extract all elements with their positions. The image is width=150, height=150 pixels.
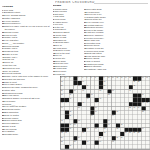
cell-number: 53 bbox=[133, 106, 135, 108]
cell-number: 50 bbox=[78, 106, 80, 108]
cell-number: 16 bbox=[142, 77, 144, 79]
clue-column-down-1: DOWN 1 Roman robes2 Skin opening3 Not ho… bbox=[53, 4, 82, 75]
cell-number: 78 bbox=[104, 132, 106, 134]
cell-number: 8 bbox=[95, 77, 96, 79]
cell-number: 71 bbox=[95, 128, 97, 130]
cell-number: 41 bbox=[87, 98, 89, 100]
cell-number: 86 bbox=[116, 136, 118, 138]
cell-number: 83 bbox=[61, 136, 63, 138]
cell-number: 67 bbox=[108, 123, 110, 125]
cell-number: 13 bbox=[121, 77, 123, 79]
cell-number: 18 bbox=[61, 81, 63, 83]
cell-number: 93 bbox=[70, 145, 72, 147]
cell-number: 60 bbox=[91, 115, 93, 117]
cell-number: 31 bbox=[82, 89, 84, 91]
down-heading: DOWN bbox=[53, 4, 82, 7]
cell-number: 82 bbox=[138, 132, 140, 134]
cell-number: 87 bbox=[121, 136, 123, 138]
cell-number: 90 bbox=[87, 140, 89, 142]
cell-number: 61 bbox=[112, 115, 114, 117]
cell-number: 3 bbox=[70, 77, 71, 79]
cell-number: 54 bbox=[138, 106, 140, 108]
cell-number: 11 bbox=[112, 77, 114, 79]
cell-number: 46 bbox=[95, 102, 97, 104]
cell-number: 48 bbox=[146, 102, 148, 104]
cell-number: 68 bbox=[121, 123, 123, 125]
cell-number: 9 bbox=[104, 77, 105, 79]
cell-number: 14 bbox=[125, 77, 127, 79]
clue: 99 Coastal raptor bbox=[2, 133, 51, 136]
cell-number: 76 bbox=[65, 132, 67, 134]
cell-number: 72 bbox=[104, 128, 106, 130]
cell-number: 38 bbox=[108, 94, 110, 96]
cell-number: 75 bbox=[61, 132, 63, 134]
grid-cell[interactable] bbox=[146, 145, 150, 149]
cell-number: 17 bbox=[146, 77, 148, 79]
cell-number: 77 bbox=[82, 132, 84, 134]
crossword-grid[interactable]: 1234567891011121314151617181920212223242… bbox=[60, 76, 150, 150]
crossword-grid-inner: 1234567891011121314151617181920212223242… bbox=[60, 76, 150, 149]
cell-number: 30 bbox=[74, 89, 76, 91]
cell-number: 36 bbox=[70, 94, 72, 96]
cell-number: 58 bbox=[142, 111, 144, 113]
header-rule bbox=[94, 3, 148, 4]
cell-number: 49 bbox=[61, 106, 63, 108]
cell-number: 1 bbox=[61, 77, 62, 79]
cell-number: 25 bbox=[78, 85, 80, 87]
cell-number: 22 bbox=[138, 81, 140, 83]
cell-number: 52 bbox=[129, 106, 131, 108]
clue: 37 Finish line bbox=[53, 72, 82, 75]
cell-number: 2 bbox=[65, 77, 66, 79]
cell-number: 23 bbox=[61, 85, 63, 87]
cell-number: 34 bbox=[129, 89, 131, 91]
cell-number: 20 bbox=[104, 81, 106, 83]
clue: 90 Flightless Aussie bird bbox=[84, 68, 149, 71]
cell-number: 6 bbox=[87, 77, 88, 79]
cell-number: 73 bbox=[116, 128, 118, 130]
cell-number: 32 bbox=[99, 89, 101, 91]
cell-number: 47 bbox=[142, 102, 144, 104]
cell-number: 7 bbox=[91, 77, 92, 79]
cell-number: 51 bbox=[95, 106, 97, 108]
cell-number: 65 bbox=[70, 123, 72, 125]
cell-number: 45 bbox=[82, 102, 84, 104]
cell-number: 91 bbox=[99, 140, 101, 142]
cell-number: 44 bbox=[65, 102, 67, 104]
cell-number: 37 bbox=[91, 94, 93, 96]
cell-number: 28 bbox=[133, 85, 135, 87]
cell-number: 81 bbox=[133, 132, 135, 134]
cell-number: 70 bbox=[87, 128, 89, 130]
cell-number: 74 bbox=[142, 128, 144, 130]
cell-number: 80 bbox=[129, 132, 131, 134]
cell-number: 66 bbox=[74, 123, 76, 125]
cell-number: 24 bbox=[74, 85, 76, 87]
down-clue-list-a: 1 Roman robes2 Skin opening3 Not home4 M… bbox=[53, 7, 82, 75]
cell-number: 19 bbox=[82, 81, 84, 83]
across-clue-list: 1 Gym units7 Brainstorm output13 Lively … bbox=[2, 9, 51, 136]
cell-number: 26 bbox=[87, 85, 89, 87]
cell-number: 56 bbox=[95, 111, 97, 113]
cell-number: 40 bbox=[70, 98, 72, 100]
cell-number: 12 bbox=[116, 77, 118, 79]
cell-number: 89 bbox=[74, 140, 76, 142]
cell-number: 39 bbox=[142, 94, 144, 96]
cell-number: 57 bbox=[116, 111, 118, 113]
cell-number: 5 bbox=[82, 77, 83, 79]
cell-number: 85 bbox=[99, 136, 101, 138]
cell-number: 59 bbox=[70, 115, 72, 117]
cell-number: 69 bbox=[70, 128, 72, 130]
cell-number: 43 bbox=[61, 102, 63, 104]
cell-number: 79 bbox=[125, 132, 127, 134]
cell-number: 88 bbox=[61, 140, 63, 142]
cell-number: 4 bbox=[78, 77, 79, 79]
cell-number: 84 bbox=[78, 136, 80, 138]
down-clue-list-b: 39 Copycat's doing42 Feeling poorly43 Cl… bbox=[84, 8, 149, 70]
cell-number: 10 bbox=[108, 77, 110, 79]
cell-number: 33 bbox=[112, 89, 114, 91]
cell-number: 27 bbox=[104, 85, 106, 87]
cell-number: 62 bbox=[61, 119, 63, 121]
cell-number: 15 bbox=[129, 77, 131, 79]
cell-number: 29 bbox=[61, 89, 63, 91]
cell-number: 55 bbox=[70, 111, 72, 113]
across-heading: ACROSS bbox=[2, 5, 51, 8]
cell-number: 21 bbox=[133, 81, 135, 83]
cell-number: 42 bbox=[99, 98, 101, 100]
clue-column-across: ACROSS 1 Gym units7 Brainstorm output13 … bbox=[2, 5, 51, 136]
cell-number: 63 bbox=[78, 119, 80, 121]
cell-number: 92 bbox=[112, 140, 114, 142]
cell-number: 64 bbox=[108, 119, 110, 121]
cell-number: 35 bbox=[61, 94, 63, 96]
clue-column-down-2: 39 Copycat's doing42 Feeling poorly43 Cl… bbox=[84, 8, 149, 70]
